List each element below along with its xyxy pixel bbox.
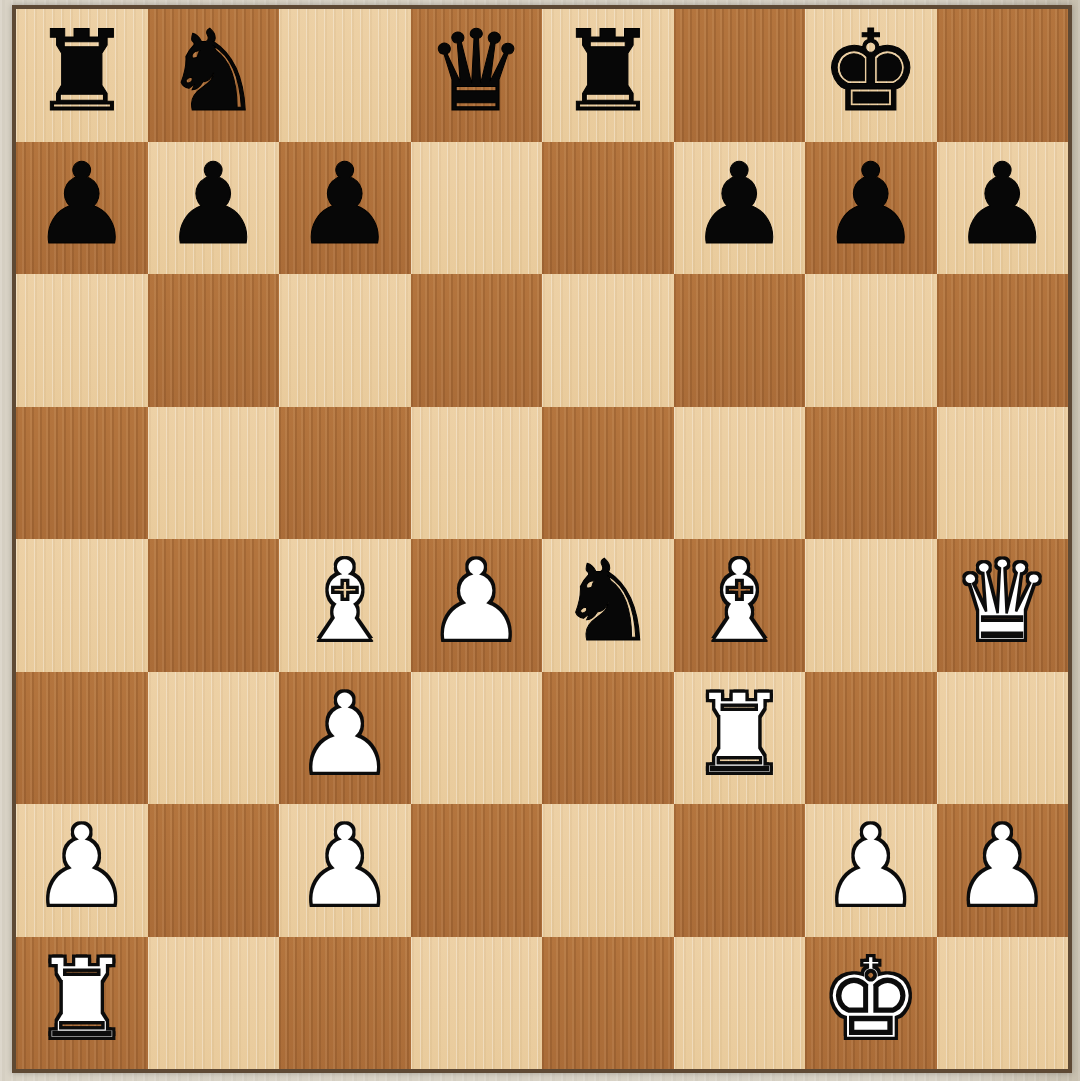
square-f1[interactable] — [674, 937, 806, 1070]
square-d4[interactable]: ♟ — [411, 539, 543, 672]
square-c3[interactable]: ♟ — [279, 672, 411, 805]
square-e1[interactable] — [542, 937, 674, 1070]
black-pawn[interactable]: ♟ — [689, 148, 789, 260]
square-f8[interactable] — [674, 9, 806, 142]
white-pawn[interactable]: ♟ — [295, 678, 395, 790]
square-f4[interactable]: ♝ — [674, 539, 806, 672]
square-d6[interactable] — [411, 274, 543, 407]
square-b6[interactable] — [148, 274, 280, 407]
square-b7[interactable]: ♟ — [148, 142, 280, 275]
square-h7[interactable]: ♟ — [937, 142, 1069, 275]
square-f7[interactable]: ♟ — [674, 142, 806, 275]
white-pawn[interactable]: ♟ — [32, 810, 132, 922]
square-a2[interactable]: ♟ — [16, 804, 148, 937]
square-a8[interactable]: ♜ — [16, 9, 148, 142]
square-b8[interactable]: ♞ — [148, 9, 280, 142]
white-king[interactable]: ♚ — [821, 943, 921, 1055]
black-pawn[interactable]: ♟ — [32, 148, 132, 260]
black-pawn[interactable]: ♟ — [163, 148, 263, 260]
square-h1[interactable] — [937, 937, 1069, 1070]
square-c6[interactable] — [279, 274, 411, 407]
square-g5[interactable] — [805, 407, 937, 540]
square-b5[interactable] — [148, 407, 280, 540]
square-a7[interactable]: ♟ — [16, 142, 148, 275]
square-g7[interactable]: ♟ — [805, 142, 937, 275]
square-b3[interactable] — [148, 672, 280, 805]
square-h2[interactable]: ♟ — [937, 804, 1069, 937]
square-a1[interactable]: ♜ — [16, 937, 148, 1070]
square-a3[interactable] — [16, 672, 148, 805]
square-a6[interactable] — [16, 274, 148, 407]
square-g4[interactable] — [805, 539, 937, 672]
square-h3[interactable] — [937, 672, 1069, 805]
square-c5[interactable] — [279, 407, 411, 540]
square-e7[interactable] — [542, 142, 674, 275]
square-b2[interactable] — [148, 804, 280, 937]
black-pawn[interactable]: ♟ — [295, 148, 395, 260]
black-pawn[interactable]: ♟ — [821, 148, 921, 260]
black-rook[interactable]: ♜ — [32, 15, 132, 127]
square-g2[interactable]: ♟ — [805, 804, 937, 937]
square-e2[interactable] — [542, 804, 674, 937]
white-rook[interactable]: ♜ — [32, 943, 132, 1055]
square-e4[interactable]: ♞ — [542, 539, 674, 672]
square-e3[interactable] — [542, 672, 674, 805]
square-g3[interactable] — [805, 672, 937, 805]
white-queen[interactable]: ♛ — [952, 545, 1052, 657]
black-knight[interactable]: ♞ — [558, 545, 658, 657]
square-g6[interactable] — [805, 274, 937, 407]
square-c1[interactable] — [279, 937, 411, 1070]
square-h4[interactable]: ♛ — [937, 539, 1069, 672]
square-e6[interactable] — [542, 274, 674, 407]
black-knight[interactable]: ♞ — [163, 15, 263, 127]
square-a5[interactable] — [16, 407, 148, 540]
white-bishop[interactable]: ♝ — [295, 545, 395, 657]
square-h8[interactable] — [937, 9, 1069, 142]
square-g8[interactable]: ♚ — [805, 9, 937, 142]
square-h5[interactable] — [937, 407, 1069, 540]
square-d5[interactable] — [411, 407, 543, 540]
square-f2[interactable] — [674, 804, 806, 937]
white-bishop[interactable]: ♝ — [689, 545, 789, 657]
square-e5[interactable] — [542, 407, 674, 540]
white-pawn[interactable]: ♟ — [295, 810, 395, 922]
square-d2[interactable] — [411, 804, 543, 937]
square-c2[interactable]: ♟ — [279, 804, 411, 937]
square-f5[interactable] — [674, 407, 806, 540]
square-d3[interactable] — [411, 672, 543, 805]
square-b1[interactable] — [148, 937, 280, 1070]
square-d7[interactable] — [411, 142, 543, 275]
square-h6[interactable] — [937, 274, 1069, 407]
chess-board: ♜♞♛♜♚♟♟♟♟♟♟♝♟♞♝♛♟♜♟♟♟♟♜♚ — [12, 5, 1072, 1073]
white-pawn[interactable]: ♟ — [821, 810, 921, 922]
square-f3[interactable]: ♜ — [674, 672, 806, 805]
white-pawn[interactable]: ♟ — [426, 545, 526, 657]
black-queen[interactable]: ♛ — [426, 15, 526, 127]
white-rook[interactable]: ♜ — [689, 678, 789, 790]
black-rook[interactable]: ♜ — [558, 15, 658, 127]
square-d8[interactable]: ♛ — [411, 9, 543, 142]
square-d1[interactable] — [411, 937, 543, 1070]
square-c4[interactable]: ♝ — [279, 539, 411, 672]
square-b4[interactable] — [148, 539, 280, 672]
square-e8[interactable]: ♜ — [542, 9, 674, 142]
black-pawn[interactable]: ♟ — [952, 148, 1052, 260]
square-f6[interactable] — [674, 274, 806, 407]
square-a4[interactable] — [16, 539, 148, 672]
white-pawn[interactable]: ♟ — [952, 810, 1052, 922]
square-c8[interactable] — [279, 9, 411, 142]
square-g1[interactable]: ♚ — [805, 937, 937, 1070]
square-c7[interactable]: ♟ — [279, 142, 411, 275]
black-king[interactable]: ♚ — [821, 15, 921, 127]
